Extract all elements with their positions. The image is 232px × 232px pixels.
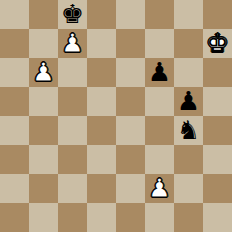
square-e3[interactable] [116,145,145,174]
white-pawn: ♟ [29,58,58,87]
square-a7[interactable] [0,29,29,58]
square-f6[interactable]: ♟ [145,58,174,87]
square-b6[interactable]: ♟ [29,58,58,87]
square-c4[interactable] [58,116,87,145]
square-h3[interactable] [203,145,232,174]
chess-board: ♚♟♚♟♟♟♞♟ [0,0,232,232]
square-b8[interactable] [29,0,58,29]
square-c6[interactable] [58,58,87,87]
square-e6[interactable] [116,58,145,87]
white-pawn: ♟ [145,174,174,203]
square-e5[interactable] [116,87,145,116]
square-g6[interactable] [174,58,203,87]
square-a3[interactable] [0,145,29,174]
square-c3[interactable] [58,145,87,174]
black-knight: ♞ [174,116,203,145]
white-king: ♚ [203,29,232,58]
square-d5[interactable] [87,87,116,116]
square-d3[interactable] [87,145,116,174]
square-g4[interactable]: ♞ [174,116,203,145]
black-king: ♚ [58,0,87,29]
square-a4[interactable] [0,116,29,145]
square-d1[interactable] [87,203,116,232]
square-h5[interactable] [203,87,232,116]
square-g1[interactable] [174,203,203,232]
square-c7[interactable]: ♟ [58,29,87,58]
square-f7[interactable] [145,29,174,58]
square-a1[interactable] [0,203,29,232]
square-h4[interactable] [203,116,232,145]
square-f5[interactable] [145,87,174,116]
black-pawn: ♟ [174,87,203,116]
square-b4[interactable] [29,116,58,145]
white-pawn: ♟ [58,29,87,58]
square-d8[interactable] [87,0,116,29]
square-f2[interactable]: ♟ [145,174,174,203]
square-h8[interactable] [203,0,232,29]
black-pawn: ♟ [145,58,174,87]
square-d7[interactable] [87,29,116,58]
square-h2[interactable] [203,174,232,203]
square-e7[interactable] [116,29,145,58]
square-b3[interactable] [29,145,58,174]
square-e2[interactable] [116,174,145,203]
square-g5[interactable]: ♟ [174,87,203,116]
square-c5[interactable] [58,87,87,116]
square-c2[interactable] [58,174,87,203]
square-b5[interactable] [29,87,58,116]
square-f4[interactable] [145,116,174,145]
square-b7[interactable] [29,29,58,58]
square-g8[interactable] [174,0,203,29]
square-g7[interactable] [174,29,203,58]
square-c1[interactable] [58,203,87,232]
square-d4[interactable] [87,116,116,145]
square-b2[interactable] [29,174,58,203]
square-h7[interactable]: ♚ [203,29,232,58]
square-g2[interactable] [174,174,203,203]
square-a6[interactable] [0,58,29,87]
square-h1[interactable] [203,203,232,232]
square-c8[interactable]: ♚ [58,0,87,29]
square-e4[interactable] [116,116,145,145]
square-e8[interactable] [116,0,145,29]
square-g3[interactable] [174,145,203,174]
square-f1[interactable] [145,203,174,232]
square-f8[interactable] [145,0,174,29]
square-a5[interactable] [0,87,29,116]
square-d6[interactable] [87,58,116,87]
square-e1[interactable] [116,203,145,232]
square-f3[interactable] [145,145,174,174]
square-b1[interactable] [29,203,58,232]
square-a2[interactable] [0,174,29,203]
square-h6[interactable] [203,58,232,87]
square-a8[interactable] [0,0,29,29]
square-d2[interactable] [87,174,116,203]
